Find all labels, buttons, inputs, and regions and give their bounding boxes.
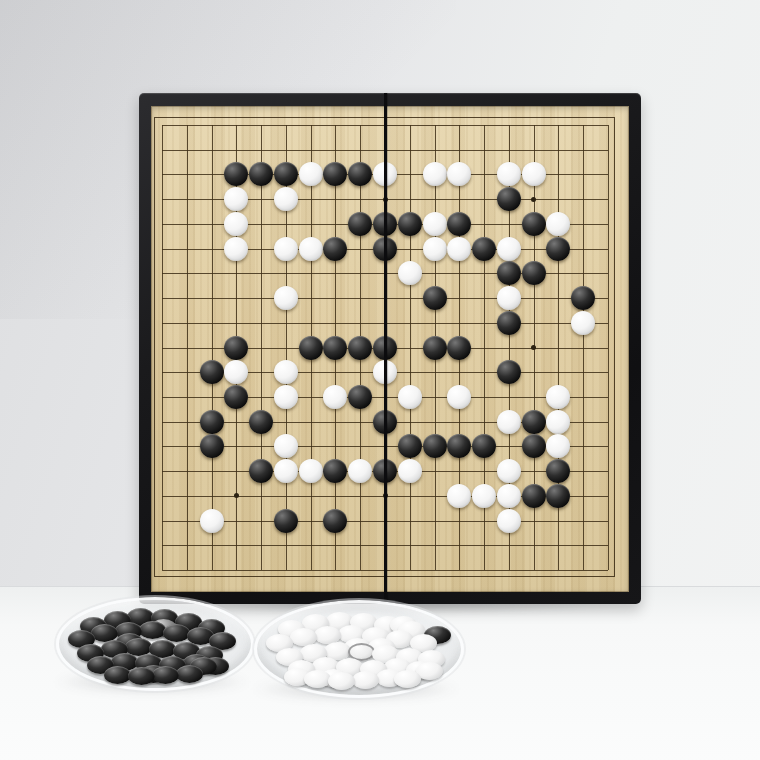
star-point [531, 345, 536, 350]
tray-stone-white [304, 670, 331, 688]
white-stone [546, 410, 570, 434]
white-stone [546, 434, 570, 458]
tray-stone-black [104, 666, 131, 684]
go-board-frame [139, 93, 641, 604]
white-stone [274, 187, 298, 211]
black-stone [571, 286, 595, 310]
black-stone-tray [56, 597, 254, 691]
black-stone [497, 187, 521, 211]
black-stone [423, 336, 447, 360]
white-stone [323, 385, 347, 409]
tray-stone-white [328, 672, 355, 690]
star-point [234, 493, 239, 498]
tray-stone-black [176, 665, 203, 683]
black-stone [497, 261, 521, 285]
white-stone [398, 459, 422, 483]
white-stone [447, 237, 471, 261]
white-stone [224, 187, 248, 211]
black-stone [522, 261, 546, 285]
black-stone [472, 237, 496, 261]
white-stone [274, 434, 298, 458]
black-stone [398, 434, 422, 458]
white-stone [274, 286, 298, 310]
white-stone [447, 484, 471, 508]
black-stone [323, 237, 347, 261]
tray-stone-black [139, 621, 166, 639]
black-stone [249, 410, 273, 434]
black-stone [497, 311, 521, 335]
white-stone [447, 385, 471, 409]
black-stone [522, 434, 546, 458]
white-stone [274, 459, 298, 483]
black-stone [323, 162, 347, 186]
black-stone [323, 336, 347, 360]
white-stone [497, 237, 521, 261]
black-stone [274, 162, 298, 186]
black-stone [447, 212, 471, 236]
black-stone [447, 336, 471, 360]
white-stone [423, 237, 447, 261]
white-stone [274, 237, 298, 261]
fold-hinge-line [384, 93, 387, 604]
white-stone [546, 212, 570, 236]
white-stone [497, 459, 521, 483]
white-stone [224, 212, 248, 236]
black-stone [423, 286, 447, 310]
white-stone [224, 237, 248, 261]
white-stone [348, 459, 372, 483]
black-stone [546, 237, 570, 261]
white-stone [398, 261, 422, 285]
white-stone [497, 484, 521, 508]
black-stone [323, 509, 347, 533]
white-stone [546, 385, 570, 409]
black-stone [249, 459, 273, 483]
tray-stone-white [394, 670, 421, 688]
black-stone [249, 162, 273, 186]
black-stone [348, 212, 372, 236]
black-stone [522, 484, 546, 508]
white-stone [571, 311, 595, 335]
tray-stone-black [152, 666, 179, 684]
white-stone [299, 237, 323, 261]
grid-line-v-11 [410, 125, 411, 570]
product-photo-scene [0, 0, 760, 760]
white-stone-tray [254, 600, 464, 698]
grid-line-v-19 [608, 125, 609, 570]
black-stone [546, 459, 570, 483]
white-stone [423, 212, 447, 236]
white-stone [274, 385, 298, 409]
white-stone [200, 509, 224, 533]
white-stone [299, 459, 323, 483]
black-stone [274, 509, 298, 533]
black-stone [224, 162, 248, 186]
star-point [531, 197, 536, 202]
black-stone [472, 434, 496, 458]
black-stone [348, 336, 372, 360]
white-stone [497, 410, 521, 434]
black-stone [522, 410, 546, 434]
grid-line-v-18 [583, 125, 584, 570]
black-stone [348, 385, 372, 409]
white-stone [423, 162, 447, 186]
go-board-surface [151, 106, 629, 592]
black-stone [423, 434, 447, 458]
black-stone [200, 434, 224, 458]
black-stone [546, 484, 570, 508]
black-stone [348, 162, 372, 186]
white-stone [299, 162, 323, 186]
white-stone [497, 286, 521, 310]
black-stone [200, 410, 224, 434]
tray-stone-white [352, 671, 379, 689]
black-stone [224, 336, 248, 360]
black-stone [299, 336, 323, 360]
white-stone [497, 509, 521, 533]
tray-stone-black [128, 667, 155, 685]
black-stone [447, 434, 471, 458]
black-stone [398, 212, 422, 236]
tray-stone-black [163, 624, 190, 642]
black-stone [224, 385, 248, 409]
black-stone [497, 360, 521, 384]
white-stone [224, 360, 248, 384]
black-stone [522, 212, 546, 236]
white-stone [447, 162, 471, 186]
white-stone [497, 162, 521, 186]
white-stone [398, 385, 422, 409]
black-stone [200, 360, 224, 384]
white-stone [522, 162, 546, 186]
white-stone [274, 360, 298, 384]
black-stone [323, 459, 347, 483]
white-stone [472, 484, 496, 508]
